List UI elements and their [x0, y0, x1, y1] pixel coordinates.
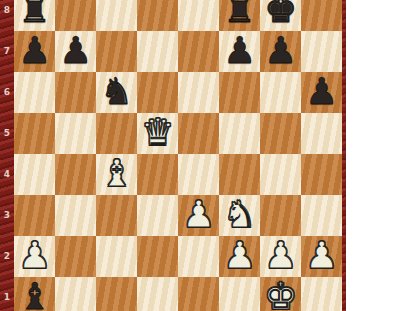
square-f8[interactable]: ♜: [219, 0, 260, 31]
square-d6[interactable]: [137, 72, 178, 113]
square-c2[interactable]: [96, 236, 137, 277]
square-a8[interactable]: ♜: [14, 0, 55, 31]
square-a1[interactable]: ♝: [14, 277, 55, 311]
square-c8[interactable]: [96, 0, 137, 31]
piece-black-pawn[interactable]: ♟: [59, 30, 92, 71]
square-b2[interactable]: [55, 236, 96, 277]
piece-white-king[interactable]: ♚: [264, 276, 297, 311]
piece-white-bishop[interactable]: ♝: [100, 153, 133, 194]
chess-board: 87654321 ♜♜♚♟♟♟♟♞♟♛♝♟♞♟♟♟♟♝♚: [0, 0, 346, 311]
square-a2[interactable]: ♟: [14, 236, 55, 277]
piece-black-pawn[interactable]: ♟: [305, 71, 338, 112]
square-e4[interactable]: [178, 154, 219, 195]
piece-black-pawn[interactable]: ♟: [264, 30, 297, 71]
square-e3[interactable]: ♟: [178, 195, 219, 236]
square-f1[interactable]: [219, 277, 260, 311]
rank-label-8: 8: [0, 0, 14, 31]
square-g1[interactable]: ♚: [260, 277, 301, 311]
piece-black-rook[interactable]: ♜: [18, 0, 51, 30]
square-h3[interactable]: [301, 195, 342, 236]
square-b4[interactable]: [55, 154, 96, 195]
square-a4[interactable]: [14, 154, 55, 195]
square-a5[interactable]: [14, 113, 55, 154]
square-h8[interactable]: [301, 0, 342, 31]
square-b3[interactable]: [55, 195, 96, 236]
square-g8[interactable]: ♚: [260, 0, 301, 31]
piece-white-pawn[interactable]: ♟: [305, 235, 338, 276]
piece-white-knight[interactable]: ♞: [223, 194, 256, 235]
square-e8[interactable]: [178, 0, 219, 31]
square-c4[interactable]: ♝: [96, 154, 137, 195]
square-d5[interactable]: ♛: [137, 113, 178, 154]
piece-white-pawn[interactable]: ♟: [264, 235, 297, 276]
square-b8[interactable]: [55, 0, 96, 31]
square-g5[interactable]: [260, 113, 301, 154]
board-right-border: [342, 0, 346, 311]
square-a6[interactable]: [14, 72, 55, 113]
square-d4[interactable]: [137, 154, 178, 195]
rank-label-2: 2: [0, 236, 14, 277]
piece-white-pawn[interactable]: ♟: [182, 194, 215, 235]
rank-label-5: 5: [0, 113, 14, 154]
square-c5[interactable]: [96, 113, 137, 154]
piece-white-queen[interactable]: ♛: [141, 112, 174, 153]
square-a3[interactable]: [14, 195, 55, 236]
board-left-border: 87654321: [0, 0, 14, 311]
square-e6[interactable]: [178, 72, 219, 113]
square-e5[interactable]: [178, 113, 219, 154]
square-g4[interactable]: [260, 154, 301, 195]
square-g6[interactable]: [260, 72, 301, 113]
square-g7[interactable]: ♟: [260, 31, 301, 72]
square-h6[interactable]: ♟: [301, 72, 342, 113]
square-h7[interactable]: [301, 31, 342, 72]
chess-position-screenshot: 87654321 ♜♜♚♟♟♟♟♞♟♛♝♟♞♟♟♟♟♝♚: [0, 0, 414, 311]
piece-black-rook[interactable]: ♜: [223, 0, 256, 30]
square-c1[interactable]: [96, 277, 137, 311]
square-c6[interactable]: ♞: [96, 72, 137, 113]
square-d8[interactable]: [137, 0, 178, 31]
square-f4[interactable]: [219, 154, 260, 195]
square-f3[interactable]: ♞: [219, 195, 260, 236]
square-h4[interactable]: [301, 154, 342, 195]
square-a7[interactable]: ♟: [14, 31, 55, 72]
square-d1[interactable]: [137, 277, 178, 311]
square-f5[interactable]: [219, 113, 260, 154]
square-e1[interactable]: [178, 277, 219, 311]
square-h2[interactable]: ♟: [301, 236, 342, 277]
rank-label-7: 7: [0, 31, 14, 72]
rank-label-6: 6: [0, 72, 14, 113]
piece-black-pawn[interactable]: ♟: [223, 30, 256, 71]
square-g2[interactable]: ♟: [260, 236, 301, 277]
square-c7[interactable]: [96, 31, 137, 72]
piece-black-king[interactable]: ♚: [264, 0, 297, 30]
piece-black-pawn[interactable]: ♟: [18, 30, 51, 71]
piece-white-pawn[interactable]: ♟: [18, 235, 51, 276]
board-squares: ♜♜♚♟♟♟♟♞♟♛♝♟♞♟♟♟♟♝♚: [14, 0, 342, 311]
square-f7[interactable]: ♟: [219, 31, 260, 72]
square-g3[interactable]: [260, 195, 301, 236]
square-b1[interactable]: [55, 277, 96, 311]
square-f6[interactable]: [219, 72, 260, 113]
square-d3[interactable]: [137, 195, 178, 236]
square-h5[interactable]: [301, 113, 342, 154]
square-d2[interactable]: [137, 236, 178, 277]
piece-white-pawn[interactable]: ♟: [223, 235, 256, 276]
square-f2[interactable]: ♟: [219, 236, 260, 277]
square-b7[interactable]: ♟: [55, 31, 96, 72]
piece-black-bishop[interactable]: ♝: [18, 276, 51, 311]
square-c3[interactable]: [96, 195, 137, 236]
piece-black-knight[interactable]: ♞: [100, 71, 133, 112]
square-e2[interactable]: [178, 236, 219, 277]
rank-label-1: 1: [0, 277, 14, 311]
rank-label-3: 3: [0, 195, 14, 236]
square-b5[interactable]: [55, 113, 96, 154]
square-d7[interactable]: [137, 31, 178, 72]
square-b6[interactable]: [55, 72, 96, 113]
rank-label-4: 4: [0, 154, 14, 195]
square-h1[interactable]: [301, 277, 342, 311]
square-e7[interactable]: [178, 31, 219, 72]
